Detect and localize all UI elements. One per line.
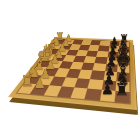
piece-black-pawn-h7[interactable]: ♟ <box>101 82 114 96</box>
piece-white-rook-h1[interactable]: ♜ <box>21 74 35 89</box>
piece-white-pawn-h2[interactable]: ♟ <box>34 77 46 90</box>
piece-black-rook-h8[interactable]: ♜ <box>115 81 130 98</box>
chess-set-photo: ♜♞♝♛♚♝♞♜♟♟♟♟♟♟♟♟♟♟♟♟♟♟♟♟♜♞♝♛♚♝♞♜ <box>0 0 140 140</box>
